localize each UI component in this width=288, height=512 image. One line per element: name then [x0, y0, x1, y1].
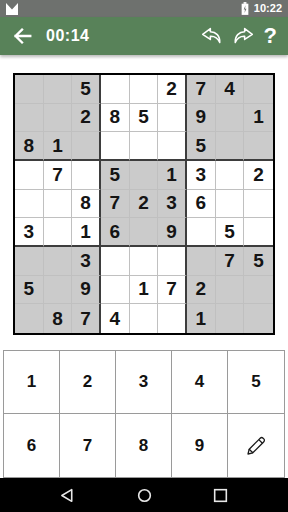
back-arrow-icon[interactable] [11, 25, 33, 47]
cell-r3c6[interactable] [158, 132, 187, 161]
battery-charging-icon [241, 2, 249, 15]
cell-r7c2[interactable] [44, 247, 73, 276]
cell-r3c4[interactable] [101, 132, 130, 161]
cell-r9c6[interactable] [158, 304, 187, 333]
cell-r6c2[interactable] [44, 218, 73, 247]
cell-r1c6[interactable]: 2 [158, 75, 187, 104]
cell-r8c6[interactable]: 7 [158, 276, 187, 305]
cell-r5c7[interactable]: 6 [187, 190, 216, 219]
recents-square-icon[interactable] [213, 488, 228, 503]
help-button[interactable]: ? [264, 17, 277, 55]
cell-r4c9[interactable]: 2 [244, 161, 273, 190]
cell-r2c7[interactable]: 9 [187, 104, 216, 133]
status-bar: 10:22 [0, 0, 288, 17]
cell-r9c9[interactable] [244, 304, 273, 333]
cell-r4c2[interactable]: 7 [44, 161, 73, 190]
cell-r6c8[interactable]: 5 [216, 218, 245, 247]
toolbar: 00:14 ? [0, 17, 288, 55]
cell-r1c2[interactable] [44, 75, 73, 104]
clock-text: 10:22 [254, 0, 282, 17]
cell-r1c9[interactable] [244, 75, 273, 104]
cell-r7c8[interactable]: 7 [216, 247, 245, 276]
cell-r6c4[interactable]: 6 [101, 218, 130, 247]
cell-r3c8[interactable] [216, 132, 245, 161]
cell-r6c6[interactable]: 9 [158, 218, 187, 247]
cell-r5c1[interactable] [15, 190, 44, 219]
game-timer: 00:14 [46, 27, 89, 45]
cell-r7c5[interactable] [130, 247, 159, 276]
numpad-key-4[interactable]: 4 [172, 351, 228, 414]
cell-r8c5[interactable]: 1 [130, 276, 159, 305]
cell-r7c6[interactable] [158, 247, 187, 276]
cell-r8c1[interactable]: 5 [15, 276, 44, 305]
cell-r2c5[interactable]: 5 [130, 104, 159, 133]
cell-r3c5[interactable] [130, 132, 159, 161]
numpad-key-2[interactable]: 2 [60, 351, 116, 414]
cell-r8c8[interactable] [216, 276, 245, 305]
cell-r7c3[interactable]: 3 [72, 247, 101, 276]
cell-r5c3[interactable]: 8 [72, 190, 101, 219]
cell-r1c4[interactable] [101, 75, 130, 104]
cell-r2c2[interactable] [44, 104, 73, 133]
navigation-bar [0, 478, 288, 512]
cell-r8c3[interactable]: 9 [72, 276, 101, 305]
cell-r1c5[interactable] [130, 75, 159, 104]
cell-r4c6[interactable]: 1 [158, 161, 187, 190]
cell-r9c7[interactable]: 1 [187, 304, 216, 333]
numpad: 123456789 [3, 350, 285, 478]
cell-r4c8[interactable] [216, 161, 245, 190]
cell-r1c1[interactable] [15, 75, 44, 104]
numpad-key-9[interactable]: 9 [172, 414, 228, 477]
cell-r3c3[interactable] [72, 132, 101, 161]
numpad-key-8[interactable]: 8 [116, 414, 172, 477]
home-circle-icon[interactable] [137, 488, 152, 503]
sudoku-board: 527428591815751328723631695375591728741 [13, 73, 275, 335]
cell-r2c1[interactable] [15, 104, 44, 133]
back-triangle-icon[interactable] [60, 488, 75, 503]
numpad-pencil-key[interactable] [228, 414, 284, 477]
cell-r4c5[interactable] [130, 161, 159, 190]
cell-r6c9[interactable] [244, 218, 273, 247]
cell-r2c3[interactable]: 2 [72, 104, 101, 133]
cell-r5c8[interactable] [216, 190, 245, 219]
cell-r1c7[interactable]: 7 [187, 75, 216, 104]
numpad-key-5[interactable]: 5 [228, 351, 284, 414]
cell-r6c3[interactable]: 1 [72, 218, 101, 247]
numpad-key-7[interactable]: 7 [60, 414, 116, 477]
cell-r4c1[interactable] [15, 161, 44, 190]
m-notification-icon [6, 3, 18, 15]
cell-r8c4[interactable] [101, 276, 130, 305]
cell-r9c1[interactable] [15, 304, 44, 333]
cell-r9c5[interactable] [130, 304, 159, 333]
cell-r2c6[interactable] [158, 104, 187, 133]
app-screen: 10:22 00:14 ? 52742859181575132872363169… [0, 0, 288, 512]
cell-r3c9[interactable] [244, 132, 273, 161]
undo-icon[interactable] [200, 26, 223, 46]
cell-r9c8[interactable] [216, 304, 245, 333]
cell-r6c1[interactable]: 3 [15, 218, 44, 247]
cell-r2c4[interactable]: 8 [101, 104, 130, 133]
cell-r4c3[interactable] [72, 161, 101, 190]
cell-r8c7[interactable]: 2 [187, 276, 216, 305]
cell-r2c8[interactable] [216, 104, 245, 133]
cell-r5c9[interactable] [244, 190, 273, 219]
cell-r4c4[interactable]: 5 [101, 161, 130, 190]
numpad-key-1[interactable]: 1 [4, 351, 60, 414]
cell-r5c4[interactable]: 7 [101, 190, 130, 219]
cell-r5c6[interactable]: 3 [158, 190, 187, 219]
cell-r7c7[interactable] [187, 247, 216, 276]
cell-r1c3[interactable]: 5 [72, 75, 101, 104]
cell-r6c5[interactable] [130, 218, 159, 247]
cell-r3c2[interactable]: 1 [44, 132, 73, 161]
cell-r3c1[interactable]: 8 [15, 132, 44, 161]
cell-r7c9[interactable]: 5 [244, 247, 273, 276]
cell-r7c4[interactable] [101, 247, 130, 276]
numpad-key-6[interactable]: 6 [4, 414, 60, 477]
cell-r3c7[interactable]: 5 [187, 132, 216, 161]
cell-r8c9[interactable] [244, 276, 273, 305]
cell-r9c4[interactable]: 4 [101, 304, 130, 333]
cell-r8c2[interactable] [44, 276, 73, 305]
pencil-icon [244, 434, 268, 458]
cell-r7c1[interactable] [15, 247, 44, 276]
numpad-key-3[interactable]: 3 [116, 351, 172, 414]
cell-r6c7[interactable] [187, 218, 216, 247]
cell-r1c8[interactable]: 4 [216, 75, 245, 104]
cell-r2c9[interactable]: 1 [244, 104, 273, 133]
cell-r9c3[interactable]: 7 [72, 304, 101, 333]
cell-r4c7[interactable]: 3 [187, 161, 216, 190]
cell-r5c5[interactable]: 2 [130, 190, 159, 219]
cell-r9c2[interactable]: 8 [44, 304, 73, 333]
cell-r5c2[interactable] [44, 190, 73, 219]
redo-icon[interactable] [232, 26, 255, 46]
